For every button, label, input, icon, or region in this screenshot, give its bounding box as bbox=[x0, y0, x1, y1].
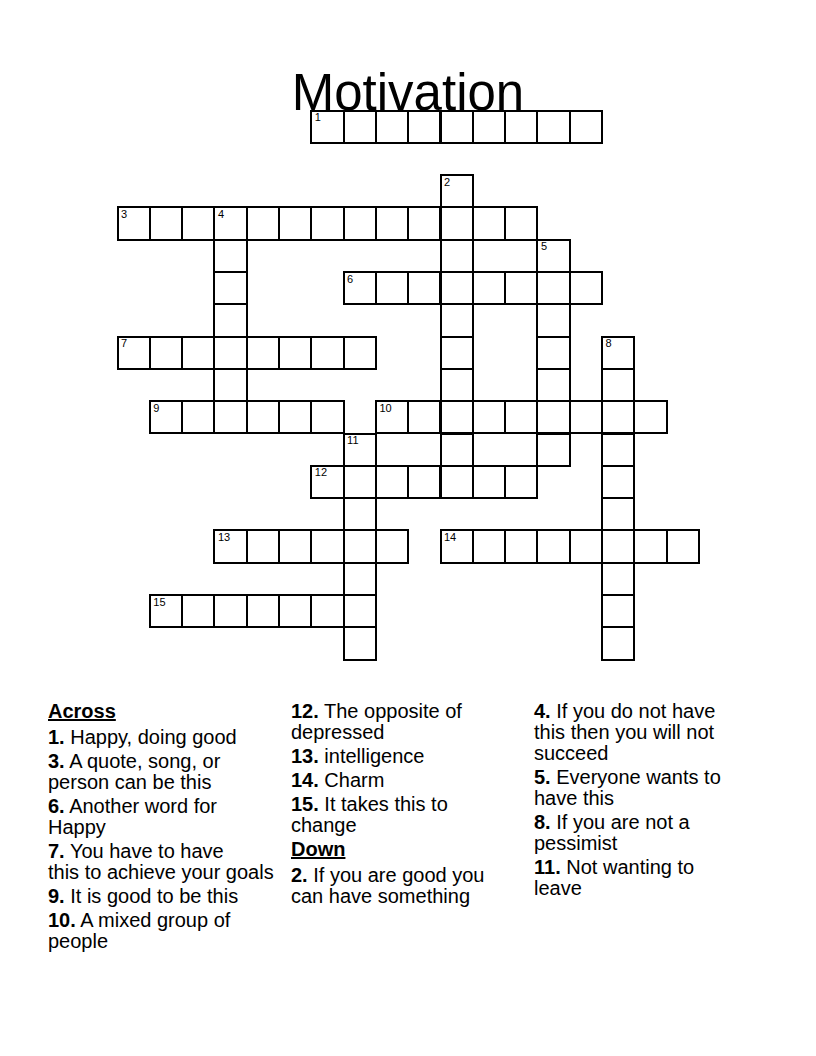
grid-cell-r9c14[interactable] bbox=[569, 400, 603, 434]
grid-cell-r15c6[interactable] bbox=[310, 594, 344, 628]
clue-line: have this bbox=[534, 788, 784, 809]
grid-cell-r7c15[interactable]: 8 bbox=[601, 336, 635, 370]
grid-cell-r6c10[interactable] bbox=[440, 303, 474, 337]
clue-line: pessimist bbox=[534, 833, 784, 854]
clue-line: change bbox=[291, 815, 541, 836]
grid-cell-r7c1[interactable] bbox=[149, 336, 183, 370]
clue-9: 9. It is good to be this bbox=[48, 886, 298, 907]
grid-cell-r3c2[interactable] bbox=[181, 206, 215, 240]
grid-cell-r7c5[interactable] bbox=[278, 336, 312, 370]
grid-cell-r5c8[interactable] bbox=[375, 271, 409, 305]
clue-2: 2. If you are good youcan have something bbox=[291, 865, 541, 907]
cell-number: 10 bbox=[379, 403, 391, 414]
grid-cell-r8c13[interactable] bbox=[536, 368, 570, 402]
clue-number: 6. bbox=[48, 795, 65, 817]
grid-cell-r15c2[interactable] bbox=[181, 594, 215, 628]
grid-cell-r11c15[interactable] bbox=[601, 465, 635, 499]
clue-column-3: 4. If you do not havethis then you will … bbox=[534, 701, 784, 902]
clue-number: 8. bbox=[534, 811, 551, 833]
grid-cell-r12c15[interactable] bbox=[601, 497, 635, 531]
grid-cell-r0c10[interactable] bbox=[440, 110, 474, 144]
clue-line: 10. A mixed group of bbox=[48, 910, 298, 931]
clue-number: 14. bbox=[291, 769, 319, 791]
cell-number: 14 bbox=[444, 532, 456, 543]
grid-cell-r3c9[interactable] bbox=[407, 206, 441, 240]
grid-cell-r13c10[interactable]: 14 bbox=[440, 529, 474, 563]
grid-cell-r7c10[interactable] bbox=[440, 336, 474, 370]
grid-cell-r10c13[interactable] bbox=[536, 433, 570, 467]
clue-6: 6. Another word forHappy bbox=[48, 796, 298, 838]
grid-cell-r9c15[interactable] bbox=[601, 400, 635, 434]
grid-cell-r7c13[interactable] bbox=[536, 336, 570, 370]
grid-cell-r5c9[interactable] bbox=[407, 271, 441, 305]
grid-cell-r13c15[interactable] bbox=[601, 529, 635, 563]
grid-cell-r9c9[interactable] bbox=[407, 400, 441, 434]
grid-cell-r0c14[interactable] bbox=[569, 110, 603, 144]
clue-line: 8. If you are not a bbox=[534, 812, 784, 833]
clue-number: 1. bbox=[48, 726, 65, 748]
grid-cell-r4c10[interactable] bbox=[440, 239, 474, 273]
clue-line: succeed bbox=[534, 743, 784, 764]
grid-cell-r11c8[interactable] bbox=[375, 465, 409, 499]
grid-cell-r0c7[interactable] bbox=[343, 110, 377, 144]
grid-cell-r7c4[interactable] bbox=[246, 336, 280, 370]
clue-11: 11. Not wanting toleave bbox=[534, 857, 784, 899]
clue-5: 5. Everyone wants tohave this bbox=[534, 767, 784, 809]
grid-cell-r13c12[interactable] bbox=[504, 529, 538, 563]
grid-cell-r11c9[interactable] bbox=[407, 465, 441, 499]
clue-column-1: Across1. Happy, doing good3. A quote, so… bbox=[48, 701, 298, 955]
grid-cell-r15c5[interactable] bbox=[278, 594, 312, 628]
grid-cell-r7c3[interactable] bbox=[213, 336, 247, 370]
grid-cell-r9c16[interactable] bbox=[633, 400, 667, 434]
clue-number: 11. bbox=[534, 856, 561, 878]
clue-header-down: Down bbox=[291, 839, 541, 860]
grid-cell-r9c2[interactable] bbox=[181, 400, 215, 434]
clue-line: this then you will not bbox=[534, 722, 784, 743]
clue-14: 14. Charm bbox=[291, 770, 541, 791]
grid-cell-r3c1[interactable] bbox=[149, 206, 183, 240]
clue-number: 15. bbox=[291, 793, 319, 815]
cell-number: 13 bbox=[218, 532, 230, 543]
grid-cell-r5c14[interactable] bbox=[569, 271, 603, 305]
grid-cell-r13c5[interactable] bbox=[278, 529, 312, 563]
clue-line: 2. If you are good you bbox=[291, 865, 541, 886]
grid-cell-r9c13[interactable] bbox=[536, 400, 570, 434]
grid-cell-r9c3[interactable] bbox=[213, 400, 247, 434]
grid-cell-r13c6[interactable] bbox=[310, 529, 344, 563]
clue-4: 4. If you do not havethis then you will … bbox=[534, 701, 784, 764]
grid-cell-r0c6[interactable]: 1 bbox=[310, 110, 344, 144]
cell-number: 12 bbox=[315, 467, 327, 478]
clue-line: people bbox=[48, 931, 298, 952]
clue-line: 7. You have to have bbox=[48, 841, 298, 862]
grid-cell-r13c8[interactable] bbox=[375, 529, 409, 563]
grid-cell-r3c7[interactable] bbox=[343, 206, 377, 240]
grid-cell-r5c13[interactable] bbox=[536, 271, 570, 305]
grid-cell-r11c10[interactable] bbox=[440, 465, 474, 499]
grid-cell-r9c8[interactable]: 10 bbox=[375, 400, 409, 434]
grid-cell-r15c3[interactable] bbox=[213, 594, 247, 628]
grid-cell-r2c10[interactable]: 2 bbox=[440, 174, 474, 208]
grid-cell-r16c15[interactable] bbox=[601, 626, 635, 660]
clue-line: can have something bbox=[291, 886, 541, 907]
cell-number: 6 bbox=[347, 274, 353, 285]
clue-7: 7. You have to havethis to achieve your … bbox=[48, 841, 298, 883]
grid-cell-r14c7[interactable] bbox=[343, 562, 377, 596]
clue-line: person can be this bbox=[48, 772, 298, 793]
grid-cell-r13c7[interactable] bbox=[343, 529, 377, 563]
clue-15: 15. It takes this tochange bbox=[291, 794, 541, 836]
cell-number: 8 bbox=[606, 338, 612, 349]
clue-line: 12. The opposite of bbox=[291, 701, 541, 722]
grid-cell-r10c15[interactable] bbox=[601, 433, 635, 467]
clue-line: 3. A quote, song, or bbox=[48, 751, 298, 772]
clue-line: 1. Happy, doing good bbox=[48, 727, 298, 748]
grid-cell-r11c11[interactable] bbox=[472, 465, 506, 499]
grid-cell-r9c5[interactable] bbox=[278, 400, 312, 434]
cell-number: 1 bbox=[315, 112, 321, 123]
clue-13: 13. intelligence bbox=[291, 746, 541, 767]
grid-cell-r4c3[interactable] bbox=[213, 239, 247, 273]
grid-cell-r9c11[interactable] bbox=[472, 400, 506, 434]
grid-cell-r5c12[interactable] bbox=[504, 271, 538, 305]
clue-number: 7. bbox=[48, 840, 65, 862]
grid-cell-r3c6[interactable] bbox=[310, 206, 344, 240]
clue-number: 5. bbox=[534, 766, 551, 788]
grid-cell-r9c6[interactable] bbox=[310, 400, 344, 434]
grid-cell-r3c12[interactable] bbox=[504, 206, 538, 240]
clue-number: 12. bbox=[291, 700, 319, 722]
clue-line: 13. intelligence bbox=[291, 746, 541, 767]
clue-line: 9. It is good to be this bbox=[48, 886, 298, 907]
grid-cell-r7c2[interactable] bbox=[181, 336, 215, 370]
clue-line: 15. It takes this to bbox=[291, 794, 541, 815]
grid-cell-r9c10[interactable] bbox=[440, 400, 474, 434]
grid-cell-r13c3[interactable]: 13 bbox=[213, 529, 247, 563]
grid-cell-r15c7[interactable] bbox=[343, 594, 377, 628]
clue-10: 10. A mixed group ofpeople bbox=[48, 910, 298, 952]
grid-cell-r9c1[interactable]: 9 bbox=[149, 400, 183, 434]
grid-cell-r3c3[interactable]: 4 bbox=[213, 206, 247, 240]
grid-cell-r7c0[interactable]: 7 bbox=[117, 336, 151, 370]
clue-line: 6. Another word for bbox=[48, 796, 298, 817]
clue-number: 13. bbox=[291, 745, 319, 767]
grid-cell-r5c7[interactable]: 6 bbox=[343, 271, 377, 305]
grid-cell-r15c4[interactable] bbox=[246, 594, 280, 628]
grid-cell-r7c6[interactable] bbox=[310, 336, 344, 370]
grid-cell-r15c1[interactable]: 15 bbox=[149, 594, 183, 628]
clue-line: depressed bbox=[291, 722, 541, 743]
clue-line: 11. Not wanting to bbox=[534, 857, 784, 878]
grid-cell-r5c3[interactable] bbox=[213, 271, 247, 305]
grid-cell-r6c3[interactable] bbox=[213, 303, 247, 337]
grid-cell-r0c11[interactable] bbox=[472, 110, 506, 144]
grid-cell-r11c7[interactable] bbox=[343, 465, 377, 499]
grid-cell-r3c11[interactable] bbox=[472, 206, 506, 240]
grid-cell-r16c7[interactable] bbox=[343, 626, 377, 660]
cell-number: 15 bbox=[153, 597, 165, 608]
grid-cell-r10c7[interactable]: 11 bbox=[343, 433, 377, 467]
grid-cell-r3c8[interactable] bbox=[375, 206, 409, 240]
grid-cell-r3c5[interactable] bbox=[278, 206, 312, 240]
grid-cell-r3c10[interactable] bbox=[440, 206, 474, 240]
grid-cell-r8c3[interactable] bbox=[213, 368, 247, 402]
grid-cell-r11c6[interactable]: 12 bbox=[310, 465, 344, 499]
grid-cell-r10c10[interactable] bbox=[440, 433, 474, 467]
grid-cell-r3c4[interactable] bbox=[246, 206, 280, 240]
grid-cell-r5c11[interactable] bbox=[472, 271, 506, 305]
grid-cell-r4c13[interactable]: 5 bbox=[536, 239, 570, 273]
cell-number: 2 bbox=[444, 177, 450, 188]
clue-line: 4. If you do not have bbox=[534, 701, 784, 722]
grid-cell-r12c7[interactable] bbox=[343, 497, 377, 531]
grid-cell-r0c8[interactable] bbox=[375, 110, 409, 144]
grid-cell-r0c9[interactable] bbox=[407, 110, 441, 144]
grid-cell-r0c12[interactable] bbox=[504, 110, 538, 144]
cell-number: 3 bbox=[121, 209, 127, 220]
clue-column-2: 12. The opposite ofdepressed13. intellig… bbox=[291, 701, 541, 910]
grid-cell-r14c15[interactable] bbox=[601, 562, 635, 596]
cell-number: 7 bbox=[121, 338, 127, 349]
cell-number: 4 bbox=[218, 209, 224, 220]
clue-number: 9. bbox=[48, 885, 65, 907]
cell-number: 11 bbox=[347, 435, 358, 446]
grid-cell-r7c7[interactable] bbox=[343, 336, 377, 370]
clue-header-across: Across bbox=[48, 701, 298, 722]
grid-cell-r13c17[interactable] bbox=[666, 529, 700, 563]
grid-cell-r13c4[interactable] bbox=[246, 529, 280, 563]
clue-number: 10. bbox=[48, 909, 76, 931]
cell-number: 5 bbox=[541, 241, 547, 252]
clue-number: 2. bbox=[291, 864, 308, 886]
grid-cell-r13c11[interactable] bbox=[472, 529, 506, 563]
grid-cell-r8c15[interactable] bbox=[601, 368, 635, 402]
grid-cell-r9c4[interactable] bbox=[246, 400, 280, 434]
clue-line: 5. Everyone wants to bbox=[534, 767, 784, 788]
clue-8: 8. If you are not apessimist bbox=[534, 812, 784, 854]
grid-cell-r0c13[interactable] bbox=[536, 110, 570, 144]
clue-1: 1. Happy, doing good bbox=[48, 727, 298, 748]
grid-cell-r15c15[interactable] bbox=[601, 594, 635, 628]
grid-cell-r8c10[interactable] bbox=[440, 368, 474, 402]
grid-cell-r6c13[interactable] bbox=[536, 303, 570, 337]
grid-cell-r13c14[interactable] bbox=[569, 529, 603, 563]
cell-number: 9 bbox=[153, 403, 159, 414]
clue-12: 12. The opposite ofdepressed bbox=[291, 701, 541, 743]
clue-3: 3. A quote, song, orperson can be this bbox=[48, 751, 298, 793]
clue-line: Happy bbox=[48, 817, 298, 838]
clue-number: 3. bbox=[48, 750, 65, 772]
clue-line: leave bbox=[534, 878, 784, 899]
grid-cell-r11c12[interactable] bbox=[504, 465, 538, 499]
grid-cell-r9c12[interactable] bbox=[504, 400, 538, 434]
clue-line: this to achieve your goals bbox=[48, 862, 298, 883]
grid-cell-r13c16[interactable] bbox=[633, 529, 667, 563]
clue-line: 14. Charm bbox=[291, 770, 541, 791]
grid-cell-r5c10[interactable] bbox=[440, 271, 474, 305]
grid-cell-r3c0[interactable]: 3 bbox=[117, 206, 151, 240]
grid-cell-r13c13[interactable] bbox=[536, 529, 570, 563]
clue-number: 4. bbox=[534, 700, 551, 722]
